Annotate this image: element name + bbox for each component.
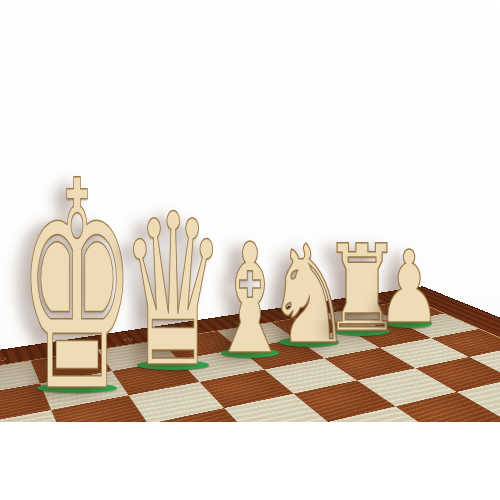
photo-area: ▫▫▫▫▫▫▫▫ ♚♛♝♞♜♟ xyxy=(0,0,500,422)
white-pawn-icon: ♟ xyxy=(377,238,441,338)
white-pawn-piece: ♟ xyxy=(364,238,454,338)
chess-set-product-photo: ▫▫▫▫▫▫▫▫ ♚♛♝♞♜♟ xyxy=(0,0,500,500)
